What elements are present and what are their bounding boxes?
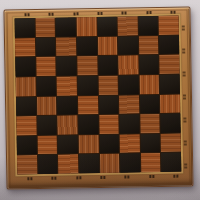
square-c7[interactable] xyxy=(56,37,76,56)
inlay-pin-mark xyxy=(52,177,57,180)
inlay-pin-mark xyxy=(125,175,130,178)
square-e1[interactable] xyxy=(99,154,119,173)
square-h5[interactable] xyxy=(160,74,180,93)
inlay-pin-mark xyxy=(49,13,54,16)
square-f6[interactable] xyxy=(118,56,138,75)
square-d1[interactable] xyxy=(79,154,99,173)
square-a8[interactable] xyxy=(15,18,35,37)
square-f3[interactable] xyxy=(119,114,139,133)
inlay-pin-mark xyxy=(76,176,81,179)
photo-background xyxy=(0,0,200,200)
inlay-pin-mark xyxy=(149,175,154,178)
square-d4[interactable] xyxy=(78,96,98,115)
square-a7[interactable] xyxy=(15,38,35,57)
square-a2[interactable] xyxy=(17,136,37,155)
gilt-border xyxy=(13,14,184,177)
square-e3[interactable] xyxy=(99,115,119,134)
square-g5[interactable] xyxy=(139,75,159,94)
square-e5[interactable] xyxy=(98,76,118,95)
inlay-pin-mark xyxy=(184,141,187,146)
square-a5[interactable] xyxy=(16,77,36,96)
square-e4[interactable] xyxy=(98,95,118,114)
square-h3[interactable] xyxy=(161,114,181,133)
chessboard xyxy=(3,6,193,189)
inlay-pin-mark xyxy=(73,12,78,15)
square-d3[interactable] xyxy=(78,115,98,134)
square-e7[interactable] xyxy=(97,36,117,55)
square-d2[interactable] xyxy=(79,135,99,154)
square-f7[interactable] xyxy=(118,36,138,55)
square-h7[interactable] xyxy=(159,35,179,54)
square-g6[interactable] xyxy=(139,55,159,74)
inlay-pin-mark xyxy=(173,175,178,178)
square-h2[interactable] xyxy=(161,133,181,152)
square-c8[interactable] xyxy=(56,17,76,36)
square-h6[interactable] xyxy=(160,55,180,74)
inlay-pin-mark xyxy=(97,12,102,15)
square-c4[interactable] xyxy=(57,96,77,115)
inlay-pin-mark xyxy=(25,13,30,16)
square-a4[interactable] xyxy=(16,97,36,116)
square-b7[interactable] xyxy=(36,37,56,56)
square-a1[interactable] xyxy=(17,155,37,174)
square-b8[interactable] xyxy=(35,18,55,37)
square-c1[interactable] xyxy=(58,155,78,174)
square-f8[interactable] xyxy=(118,16,138,35)
square-g8[interactable] xyxy=(138,16,158,35)
square-g4[interactable] xyxy=(140,94,160,113)
square-h1[interactable] xyxy=(161,153,181,172)
square-b2[interactable] xyxy=(37,135,57,154)
square-c3[interactable] xyxy=(58,115,78,134)
inlay-pin-mark xyxy=(100,176,105,179)
square-d8[interactable] xyxy=(76,17,96,36)
inlay-pin-mark xyxy=(183,94,186,99)
square-b3[interactable] xyxy=(37,116,57,135)
square-e6[interactable] xyxy=(98,56,118,75)
square-b5[interactable] xyxy=(36,77,56,96)
square-e8[interactable] xyxy=(97,17,117,36)
square-f1[interactable] xyxy=(120,154,140,173)
square-b4[interactable] xyxy=(37,96,57,115)
square-b1[interactable] xyxy=(38,155,58,174)
square-h4[interactable] xyxy=(160,94,180,113)
square-e2[interactable] xyxy=(99,134,119,153)
square-f4[interactable] xyxy=(119,95,139,114)
square-g3[interactable] xyxy=(140,114,160,133)
square-d5[interactable] xyxy=(77,76,97,95)
board-grid xyxy=(15,16,182,175)
inlay-pin-mark xyxy=(182,25,185,30)
square-d7[interactable] xyxy=(77,37,97,56)
square-c5[interactable] xyxy=(57,76,77,95)
inlay-pin-mark xyxy=(146,11,151,14)
inlay-pin-mark xyxy=(122,11,127,14)
inlay-pin-mark xyxy=(183,118,186,123)
square-c2[interactable] xyxy=(58,135,78,154)
square-c6[interactable] xyxy=(57,57,77,76)
inlay-pin-mark xyxy=(170,11,175,14)
square-f2[interactable] xyxy=(120,134,140,153)
square-a3[interactable] xyxy=(16,116,36,135)
inlay-pin-mark xyxy=(184,164,187,169)
square-g1[interactable] xyxy=(141,153,161,172)
square-f5[interactable] xyxy=(119,75,139,94)
frame-inlay-marks xyxy=(4,7,189,10)
inlay-pin-mark xyxy=(28,177,33,180)
square-h8[interactable] xyxy=(159,16,179,35)
square-g2[interactable] xyxy=(140,134,160,153)
inlay-pin-mark xyxy=(182,48,185,53)
square-b6[interactable] xyxy=(36,57,56,76)
square-d6[interactable] xyxy=(77,56,97,75)
square-g7[interactable] xyxy=(139,36,159,55)
inlay-pin-mark xyxy=(183,71,186,76)
square-a6[interactable] xyxy=(15,57,35,76)
